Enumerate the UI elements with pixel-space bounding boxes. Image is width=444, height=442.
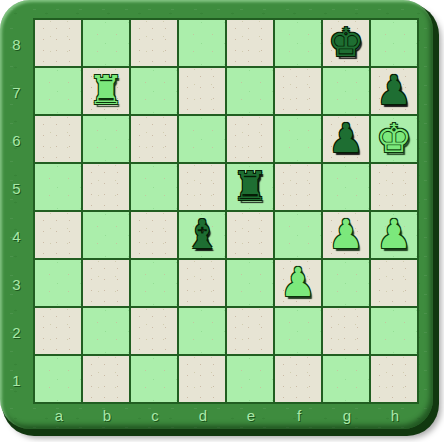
rank-label-7: 7 <box>0 68 33 116</box>
chessboard-scene: 87654321 ♚♜♟♟♚♜♝♟♟♟ abcdefgh <box>0 0 444 442</box>
rank-label-6: 6 <box>0 116 33 164</box>
square-a4[interactable] <box>35 212 81 258</box>
piece-black-rook-e5[interactable]: ♜ <box>232 164 268 208</box>
square-f1[interactable] <box>275 356 321 402</box>
square-c6[interactable] <box>131 116 177 162</box>
square-a8[interactable] <box>35 20 81 66</box>
square-d4[interactable]: ♝ <box>179 212 225 258</box>
square-f7[interactable] <box>275 68 321 114</box>
square-e4[interactable] <box>227 212 273 258</box>
square-f2[interactable] <box>275 308 321 354</box>
square-g2[interactable] <box>323 308 369 354</box>
chess-board[interactable]: ♚♜♟♟♚♜♝♟♟♟ <box>33 18 419 404</box>
piece-black-pawn-h7[interactable]: ♟ <box>376 68 412 112</box>
square-b4[interactable] <box>83 212 129 258</box>
square-h7[interactable]: ♟ <box>371 68 417 114</box>
square-d3[interactable] <box>179 260 225 306</box>
square-d8[interactable] <box>179 20 225 66</box>
board-frame: 87654321 ♚♜♟♟♚♜♝♟♟♟ abcdefgh <box>0 0 433 429</box>
square-b7[interactable]: ♜ <box>83 68 129 114</box>
square-d5[interactable] <box>179 164 225 210</box>
square-d1[interactable] <box>179 356 225 402</box>
rank-label-4: 4 <box>0 212 33 260</box>
square-f8[interactable] <box>275 20 321 66</box>
square-a6[interactable] <box>35 116 81 162</box>
square-g8[interactable]: ♚ <box>323 20 369 66</box>
piece-white-pawn-h4[interactable]: ♟ <box>376 212 412 256</box>
square-d7[interactable] <box>179 68 225 114</box>
square-b6[interactable] <box>83 116 129 162</box>
piece-black-pawn-g6[interactable]: ♟ <box>328 116 364 160</box>
file-label-g: g <box>323 402 371 428</box>
piece-black-bishop-d4[interactable]: ♝ <box>184 212 220 256</box>
file-label-h: h <box>371 402 419 428</box>
square-g5[interactable] <box>323 164 369 210</box>
square-h6[interactable]: ♚ <box>371 116 417 162</box>
square-c7[interactable] <box>131 68 177 114</box>
square-e5[interactable]: ♜ <box>227 164 273 210</box>
piece-white-king-h6[interactable]: ♚ <box>376 116 412 160</box>
square-b8[interactable] <box>83 20 129 66</box>
file-label-f: f <box>275 402 323 428</box>
square-e7[interactable] <box>227 68 273 114</box>
square-e6[interactable] <box>227 116 273 162</box>
square-h2[interactable] <box>371 308 417 354</box>
square-a5[interactable] <box>35 164 81 210</box>
square-f5[interactable] <box>275 164 321 210</box>
square-d6[interactable] <box>179 116 225 162</box>
square-h4[interactable]: ♟ <box>371 212 417 258</box>
square-h1[interactable] <box>371 356 417 402</box>
square-f3[interactable]: ♟ <box>275 260 321 306</box>
square-f6[interactable] <box>275 116 321 162</box>
file-label-c: c <box>131 402 179 428</box>
square-e8[interactable] <box>227 20 273 66</box>
square-g7[interactable] <box>323 68 369 114</box>
square-g1[interactable] <box>323 356 369 402</box>
piece-black-king-g8[interactable]: ♚ <box>328 20 364 64</box>
rank-label-8: 8 <box>0 20 33 68</box>
rank-label-1: 1 <box>0 356 33 404</box>
square-b1[interactable] <box>83 356 129 402</box>
rank-labels: 87654321 <box>0 20 33 404</box>
piece-white-pawn-g4[interactable]: ♟ <box>328 212 364 256</box>
square-d2[interactable] <box>179 308 225 354</box>
file-label-e: e <box>227 402 275 428</box>
square-b3[interactable] <box>83 260 129 306</box>
square-a2[interactable] <box>35 308 81 354</box>
square-c3[interactable] <box>131 260 177 306</box>
file-label-b: b <box>83 402 131 428</box>
square-c4[interactable] <box>131 212 177 258</box>
square-a3[interactable] <box>35 260 81 306</box>
file-label-d: d <box>179 402 227 428</box>
square-a7[interactable] <box>35 68 81 114</box>
square-e3[interactable] <box>227 260 273 306</box>
square-h3[interactable] <box>371 260 417 306</box>
square-b5[interactable] <box>83 164 129 210</box>
square-c1[interactable] <box>131 356 177 402</box>
square-g4[interactable]: ♟ <box>323 212 369 258</box>
square-h5[interactable] <box>371 164 417 210</box>
square-e1[interactable] <box>227 356 273 402</box>
square-a1[interactable] <box>35 356 81 402</box>
rank-label-5: 5 <box>0 164 33 212</box>
rank-label-2: 2 <box>0 308 33 356</box>
square-g3[interactable] <box>323 260 369 306</box>
file-labels: abcdefgh <box>35 402 419 428</box>
square-b2[interactable] <box>83 308 129 354</box>
piece-white-rook-b7[interactable]: ♜ <box>88 68 124 112</box>
square-c2[interactable] <box>131 308 177 354</box>
square-e2[interactable] <box>227 308 273 354</box>
square-f4[interactable] <box>275 212 321 258</box>
square-c5[interactable] <box>131 164 177 210</box>
square-c8[interactable] <box>131 20 177 66</box>
piece-white-pawn-f3[interactable]: ♟ <box>280 260 316 304</box>
rank-label-3: 3 <box>0 260 33 308</box>
file-label-a: a <box>35 402 83 428</box>
square-g6[interactable]: ♟ <box>323 116 369 162</box>
square-h8[interactable] <box>371 20 417 66</box>
